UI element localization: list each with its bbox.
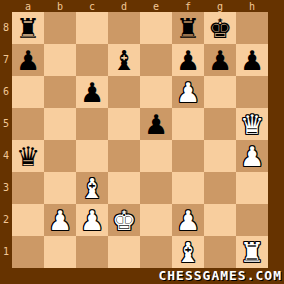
square-d4[interactable] xyxy=(108,140,140,172)
rank-label-7: 7 xyxy=(0,44,12,76)
square-b8[interactable] xyxy=(44,12,76,44)
square-g5[interactable] xyxy=(204,108,236,140)
square-b6[interactable] xyxy=(44,76,76,108)
square-g2[interactable] xyxy=(204,204,236,236)
square-e7[interactable] xyxy=(140,44,172,76)
rank-label-4: 4 xyxy=(0,140,12,172)
square-a3[interactable] xyxy=(12,172,44,204)
chess-board: ♜♜♚♟♝♟♟♟♟♟♟♛♛♟♝♟♟♚♟♝♜ xyxy=(12,12,268,268)
square-b4[interactable] xyxy=(44,140,76,172)
square-c7[interactable] xyxy=(76,44,108,76)
chess-diagram: abcdefgh 87654321 ♜♜♚♟♝♟♟♟♟♟♟♛♛♟♝♟♟♚♟♝♜ … xyxy=(0,0,284,284)
piece-black-pawn[interactable]: ♟ xyxy=(12,44,44,76)
rank-label-8: 8 xyxy=(0,12,12,44)
square-b3[interactable] xyxy=(44,172,76,204)
square-e5[interactable]: ♟ xyxy=(140,108,172,140)
square-h2[interactable] xyxy=(236,204,268,236)
square-g8[interactable]: ♚ xyxy=(204,12,236,44)
rank-label-2: 2 xyxy=(0,204,12,236)
square-d7[interactable]: ♝ xyxy=(108,44,140,76)
square-a5[interactable] xyxy=(12,108,44,140)
rank-labels: 87654321 xyxy=(0,12,12,268)
piece-white-king[interactable]: ♚ xyxy=(108,204,140,236)
square-h8[interactable] xyxy=(236,12,268,44)
square-h3[interactable] xyxy=(236,172,268,204)
square-d2[interactable]: ♚ xyxy=(108,204,140,236)
piece-black-pawn[interactable]: ♟ xyxy=(236,44,268,76)
piece-white-pawn[interactable]: ♟ xyxy=(44,204,76,236)
square-f6[interactable]: ♟ xyxy=(172,76,204,108)
square-b7[interactable] xyxy=(44,44,76,76)
piece-white-bishop[interactable]: ♝ xyxy=(76,172,108,204)
piece-black-pawn[interactable]: ♟ xyxy=(204,44,236,76)
square-d6[interactable] xyxy=(108,76,140,108)
square-h7[interactable]: ♟ xyxy=(236,44,268,76)
rank-label-5: 5 xyxy=(0,108,12,140)
piece-black-pawn[interactable]: ♟ xyxy=(140,108,172,140)
piece-white-bishop[interactable]: ♝ xyxy=(172,236,204,268)
watermark-text: CHESSGAMES.COM xyxy=(158,268,282,283)
square-d8[interactable] xyxy=(108,12,140,44)
square-e1[interactable] xyxy=(140,236,172,268)
square-f4[interactable] xyxy=(172,140,204,172)
square-f3[interactable] xyxy=(172,172,204,204)
square-a8[interactable]: ♜ xyxy=(12,12,44,44)
square-a1[interactable] xyxy=(12,236,44,268)
square-e3[interactable] xyxy=(140,172,172,204)
square-a7[interactable]: ♟ xyxy=(12,44,44,76)
square-c1[interactable] xyxy=(76,236,108,268)
piece-white-pawn[interactable]: ♟ xyxy=(172,76,204,108)
square-g6[interactable] xyxy=(204,76,236,108)
rank-label-3: 3 xyxy=(0,172,12,204)
square-a2[interactable] xyxy=(12,204,44,236)
rank-label-1: 1 xyxy=(0,236,12,268)
square-d3[interactable] xyxy=(108,172,140,204)
square-a6[interactable] xyxy=(12,76,44,108)
square-f7[interactable]: ♟ xyxy=(172,44,204,76)
piece-black-pawn[interactable]: ♟ xyxy=(76,76,108,108)
square-h5[interactable]: ♛ xyxy=(236,108,268,140)
square-f2[interactable]: ♟ xyxy=(172,204,204,236)
square-e6[interactable] xyxy=(140,76,172,108)
square-f1[interactable]: ♝ xyxy=(172,236,204,268)
piece-black-pawn[interactable]: ♟ xyxy=(172,44,204,76)
square-h1[interactable]: ♜ xyxy=(236,236,268,268)
square-g4[interactable] xyxy=(204,140,236,172)
square-b1[interactable] xyxy=(44,236,76,268)
square-f8[interactable]: ♜ xyxy=(172,12,204,44)
square-c4[interactable] xyxy=(76,140,108,172)
square-b2[interactable]: ♟ xyxy=(44,204,76,236)
piece-white-rook[interactable]: ♜ xyxy=(236,236,268,268)
square-c2[interactable]: ♟ xyxy=(76,204,108,236)
square-h6[interactable] xyxy=(236,76,268,108)
piece-black-bishop[interactable]: ♝ xyxy=(108,44,140,76)
square-d5[interactable] xyxy=(108,108,140,140)
square-f5[interactable] xyxy=(172,108,204,140)
square-c6[interactable]: ♟ xyxy=(76,76,108,108)
square-b5[interactable] xyxy=(44,108,76,140)
square-e2[interactable] xyxy=(140,204,172,236)
square-e8[interactable] xyxy=(140,12,172,44)
square-h4[interactable]: ♟ xyxy=(236,140,268,172)
square-a4[interactable]: ♛ xyxy=(12,140,44,172)
square-c5[interactable] xyxy=(76,108,108,140)
piece-black-queen[interactable]: ♛ xyxy=(12,140,44,172)
piece-white-pawn[interactable]: ♟ xyxy=(76,204,108,236)
piece-black-king[interactable]: ♚ xyxy=(204,12,236,44)
piece-white-pawn[interactable]: ♟ xyxy=(172,204,204,236)
square-c8[interactable] xyxy=(76,12,108,44)
square-e4[interactable] xyxy=(140,140,172,172)
square-g7[interactable]: ♟ xyxy=(204,44,236,76)
square-g1[interactable] xyxy=(204,236,236,268)
square-g3[interactable] xyxy=(204,172,236,204)
piece-white-queen[interactable]: ♛ xyxy=(236,108,268,140)
piece-black-rook[interactable]: ♜ xyxy=(12,12,44,44)
square-d1[interactable] xyxy=(108,236,140,268)
square-c3[interactable]: ♝ xyxy=(76,172,108,204)
rank-label-6: 6 xyxy=(0,76,12,108)
piece-white-pawn[interactable]: ♟ xyxy=(236,140,268,172)
piece-black-rook[interactable]: ♜ xyxy=(172,12,204,44)
file-labels: abcdefgh xyxy=(12,0,268,12)
